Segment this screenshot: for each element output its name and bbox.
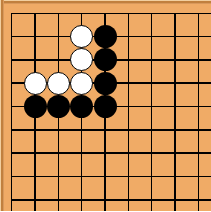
go-board-diagram [0,0,211,211]
black-stone [94,72,117,95]
black-stone [24,95,47,118]
grid-horizontal-line [11,13,211,14]
grid-horizontal-line [11,176,211,177]
white-stone [70,72,93,95]
grid-vertical-line [198,13,199,212]
black-stone [47,95,70,118]
grid-vertical-line [128,13,129,212]
grid-vertical-line [151,13,152,212]
board-frame-left-edge [0,0,4,211]
grid-horizontal-line [11,199,211,200]
grid-horizontal-line [11,129,211,130]
white-stone [24,72,47,95]
black-stone [94,25,117,48]
grid-vertical-line [11,13,12,212]
black-stone [94,95,117,118]
black-stone [70,95,93,118]
board-frame-top-edge [0,0,211,4]
white-stone [70,48,93,71]
black-stone [94,48,117,71]
white-stone [70,25,93,48]
grid-vertical-line [174,13,175,212]
grid-horizontal-line [11,152,211,153]
white-stone [47,72,70,95]
